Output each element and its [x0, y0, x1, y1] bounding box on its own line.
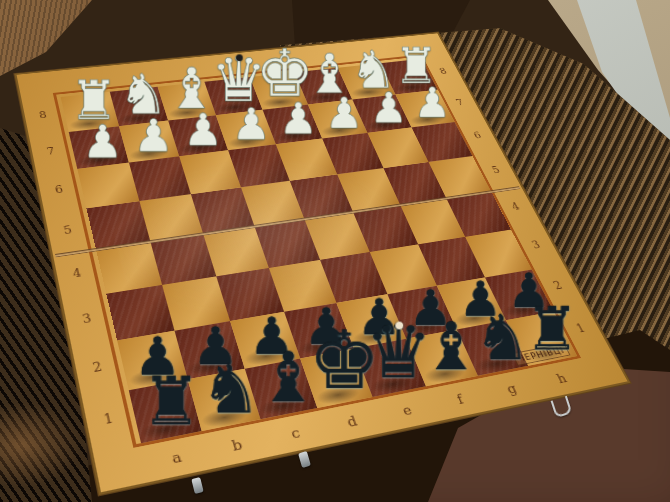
rank-label-right-3: 3: [526, 239, 546, 252]
square-b7[interactable]: ♟: [119, 121, 179, 163]
file-label-d: d: [342, 413, 362, 431]
file-label-f: f: [450, 391, 470, 408]
rank-label-right-2: 2: [548, 279, 568, 293]
piece-white-pawn[interactable]: ♟: [134, 113, 174, 158]
square-b6[interactable]: [129, 156, 191, 201]
rank-label-left-7: 7: [42, 146, 60, 158]
rank-label-right-4: 4: [506, 201, 525, 213]
rank-label-left-3: 3: [77, 311, 98, 327]
piece-wrapper: ♜: [127, 373, 201, 441]
square-a1[interactable]: ♜: [129, 379, 202, 443]
piece-white-pawn[interactable]: ♟: [279, 97, 318, 140]
piece-white-pawn[interactable]: ♟: [414, 82, 451, 124]
square-d7[interactable]: ♟: [216, 110, 276, 151]
piece-black-rook[interactable]: ♜: [525, 299, 579, 359]
file-label-e: e: [397, 402, 417, 420]
file-label-g: g: [502, 380, 522, 397]
rank-label-left-8: 8: [34, 110, 52, 121]
piece-wrapper: ♟: [120, 123, 179, 161]
square-a7[interactable]: ♟: [69, 126, 129, 169]
rank-label-left-5: 5: [58, 224, 77, 238]
piece-white-pawn[interactable]: ♟: [183, 107, 223, 151]
rank-label-left-6: 6: [50, 184, 69, 197]
rank-label-right-6: 6: [469, 130, 487, 141]
rank-label-right-7: 7: [451, 98, 468, 108]
rank-label-left-2: 2: [87, 359, 108, 376]
file-label-c: c: [285, 424, 305, 442]
piece-white-pawn[interactable]: ♟: [83, 119, 124, 165]
piece-wrapper: ♟: [217, 112, 275, 149]
piece-wrapper: ♟: [264, 107, 322, 143]
rank-label-left-4: 4: [67, 266, 87, 281]
piece-white-pawn[interactable]: ♟: [325, 92, 363, 135]
piece-white-pawn[interactable]: ♟: [232, 102, 271, 146]
rank-label-right-5: 5: [487, 165, 505, 176]
file-label-h: h: [552, 370, 572, 386]
piece-black-rook[interactable]: ♜: [141, 368, 201, 434]
file-label-b: b: [227, 436, 248, 455]
rank-label-left-1: 1: [97, 410, 119, 428]
queen-finial-icon: [236, 54, 243, 61]
queen-finial-icon: [395, 322, 403, 330]
piece-white-pawn[interactable]: ♟: [370, 87, 408, 129]
file-label-a: a: [167, 448, 188, 467]
square-h5[interactable]: [429, 156, 492, 198]
square-c7[interactable]: ♟: [168, 115, 228, 156]
photo-scene: ♜♞♝♛♚♝♞♜♟♟♟♟♟♟♟♟♟♟♟♟♟♟♟♟♜♞♝♚♛♝♞♜ ЧЕРНІВЦ…: [0, 0, 670, 502]
piece-black-knight[interactable]: ♞: [474, 306, 530, 369]
piece-black-bishop[interactable]: ♝: [258, 343, 320, 412]
piece-wrapper: ♟: [169, 118, 228, 155]
piece-black-knight[interactable]: ♞: [200, 355, 261, 423]
